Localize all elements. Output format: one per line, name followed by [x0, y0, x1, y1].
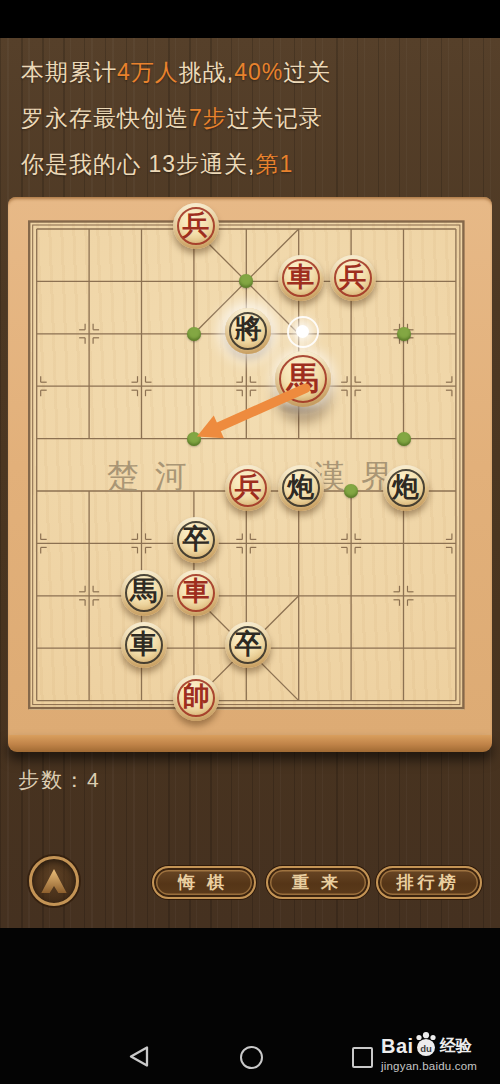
piece-character: 車 — [182, 578, 209, 605]
piece-black-soldier[interactable]: 卒 — [173, 517, 219, 563]
header-text-segment: 第1 — [255, 151, 293, 177]
piece-black-horse[interactable]: 馬 — [121, 570, 167, 616]
piece-character: 車 — [287, 264, 314, 291]
piece-character: 兵 — [340, 264, 367, 291]
header-text-segment: 40% — [234, 59, 283, 85]
svg-text:du: du — [420, 1043, 432, 1054]
piece-character: 炮 — [287, 474, 314, 501]
piece-character: 兵 — [235, 474, 262, 501]
move-hint-dot[interactable] — [397, 432, 411, 446]
piece-character: 帥 — [182, 683, 209, 710]
piece-black-cannon[interactable]: 炮 — [383, 465, 429, 511]
nav-recent-icon[interactable] — [352, 1047, 373, 1068]
leaderboard-button[interactable]: 排行榜 — [376, 866, 482, 899]
header-text-segment: 7步 — [189, 105, 227, 131]
touch-highlight-dot — [296, 325, 309, 338]
chevron-up-icon — [36, 865, 72, 897]
header-text-segment: 你是我的心 13步通关, — [21, 151, 255, 177]
piece-character: 炮 — [392, 474, 419, 501]
piece-character: 將 — [235, 316, 262, 343]
status-bar — [0, 0, 500, 38]
watermark-bai: Bai — [381, 1035, 414, 1058]
header-text-segment: 过关记录 — [227, 105, 323, 131]
nav-home-icon[interactable] — [240, 1046, 263, 1069]
header-text-segment: 罗永存最快创造 — [21, 105, 189, 131]
move-hint-dot[interactable] — [344, 484, 358, 498]
piece-red-general[interactable]: 帥 — [173, 675, 219, 721]
piece-red-soldier[interactable]: 兵 — [173, 203, 219, 249]
header-text-segment: 挑战, — [179, 59, 234, 85]
undo-button[interactable]: 悔棋 — [152, 866, 256, 899]
piece-red-horse[interactable]: 馬 — [275, 351, 331, 407]
piece-character: 兵 — [182, 212, 209, 239]
river-label-left: 楚河 — [107, 455, 203, 499]
piece-red-chariot[interactable]: 車 — [278, 255, 324, 301]
move-hint-dot[interactable] — [187, 432, 201, 446]
piece-black-cannon[interactable]: 炮 — [278, 465, 324, 511]
board-bottom-bevel — [8, 735, 492, 752]
baidu-paw-icon: du — [414, 1031, 438, 1058]
piece-character: 卒 — [182, 526, 209, 553]
record-line: 罗永存最快创造7步过关记录 — [21, 103, 323, 134]
watermark-url: jingyan.baidu.com — [381, 1060, 496, 1072]
restart-button[interactable]: 重来 — [266, 866, 370, 899]
collapse-panel-button[interactable] — [29, 856, 79, 906]
piece-character: 馬 — [287, 362, 319, 394]
piece-character: 車 — [130, 631, 157, 658]
nav-back-icon[interactable] — [129, 1046, 150, 1067]
touch-highlight — [287, 316, 319, 348]
watermark: Bai du 经验 jingyan.baidu.com — [381, 1031, 496, 1072]
player-rank-line: 你是我的心 13步通关,第1 — [21, 149, 293, 180]
header-text-segment: 4万人 — [117, 59, 179, 85]
header-text-segment: 过关 — [283, 59, 331, 85]
challenge-stats-line: 本期累计4万人挑战,40%过关 — [21, 57, 331, 88]
piece-character: 馬 — [130, 578, 157, 605]
piece-red-chariot[interactable]: 車 — [173, 570, 219, 616]
piece-black-general[interactable]: 將 — [225, 308, 271, 354]
step-counter-label: 步数： — [18, 768, 87, 791]
piece-character: 卒 — [235, 631, 262, 658]
watermark-jingyan: 经验 — [440, 1036, 472, 1057]
piece-black-chariot[interactable]: 車 — [121, 622, 167, 668]
move-hint-dot[interactable] — [187, 327, 201, 341]
app-screen: 本期累计4万人挑战,40%过关 罗永存最快创造7步过关记录 你是我的心 13步通… — [0, 0, 500, 1084]
header-text-segment: 本期累计 — [21, 59, 117, 85]
step-counter-value: 4 — [87, 768, 101, 791]
move-hint-dot[interactable] — [397, 327, 411, 341]
step-counter: 步数：4 — [18, 766, 101, 794]
piece-red-soldier[interactable]: 兵 — [225, 465, 271, 511]
